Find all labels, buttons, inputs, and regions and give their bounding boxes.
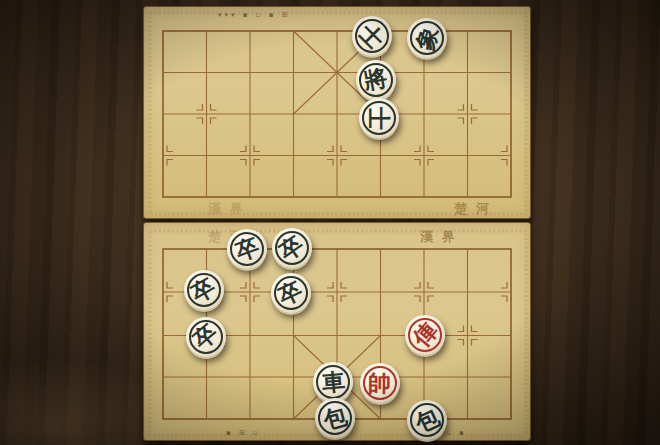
piece-face: 包	[410, 403, 444, 437]
piece-glyph: 卒	[275, 232, 307, 264]
piece-glyph: 士	[355, 20, 388, 53]
piece-face: 卒	[230, 232, 264, 266]
piece-black-cannon[interactable]: 包	[407, 400, 447, 440]
piece-face: 卒	[187, 273, 221, 307]
piece-face: 象	[410, 21, 444, 55]
piece-black-soldier[interactable]: 卒	[184, 270, 224, 310]
piece-face: 士	[362, 101, 396, 135]
piece-face: 俥	[408, 318, 442, 352]
piece-glyph: 包	[412, 405, 443, 436]
piece-red-general[interactable]: 帥	[360, 363, 400, 403]
piece-red-chariot[interactable]: 俥	[405, 315, 445, 355]
piece-glyph: 卒	[275, 278, 306, 309]
piece-glyph: 卒	[232, 234, 261, 263]
piece-black-soldier[interactable]: 卒	[272, 228, 312, 268]
xiangqi-board: ▾▾▾ ▪ ▫ ▪ ⊞ 漢界 楚河 楚河 漢界 ▪ ⊞ ▫ ▫ ▪ 士象將士卒卒…	[143, 6, 531, 441]
piece-glyph: 象	[413, 24, 441, 52]
piece-glyph: 將	[362, 66, 389, 93]
piece-black-advisor[interactable]: 士	[352, 16, 392, 56]
piece-glyph: 卒	[189, 320, 221, 352]
piece-black-cannon[interactable]: 包	[315, 398, 355, 438]
piece-black-soldier[interactable]: 卒	[271, 273, 311, 313]
piece-black-general[interactable]: 將	[356, 60, 396, 100]
piece-black-soldier[interactable]: 卒	[186, 317, 226, 357]
piece-glyph: 帥	[368, 372, 391, 395]
piece-glyph: 車	[321, 370, 346, 395]
piece-face: 卒	[274, 276, 308, 310]
piece-face: 包	[318, 401, 352, 435]
piece-face: 卒	[275, 231, 309, 265]
piece-face: 帥	[363, 366, 397, 400]
piece-black-elephant[interactable]: 象	[407, 18, 447, 58]
piece-glyph: 士	[367, 107, 390, 130]
piece-face: 車	[316, 365, 350, 399]
piece-black-chariot[interactable]: 車	[313, 362, 353, 402]
piece-black-soldier[interactable]: 卒	[227, 229, 267, 269]
piece-glyph: 卒	[188, 274, 219, 305]
piece-black-advisor[interactable]: 士	[359, 98, 399, 138]
piece-face: 士	[355, 19, 389, 53]
piece-face: 將	[359, 63, 393, 97]
piece-glyph: 俥	[409, 318, 441, 350]
pieces-layer: 士象將士卒卒卒卒卒俥車帥包包	[143, 6, 531, 441]
piece-glyph: 包	[321, 404, 349, 432]
piece-face: 卒	[189, 320, 223, 354]
